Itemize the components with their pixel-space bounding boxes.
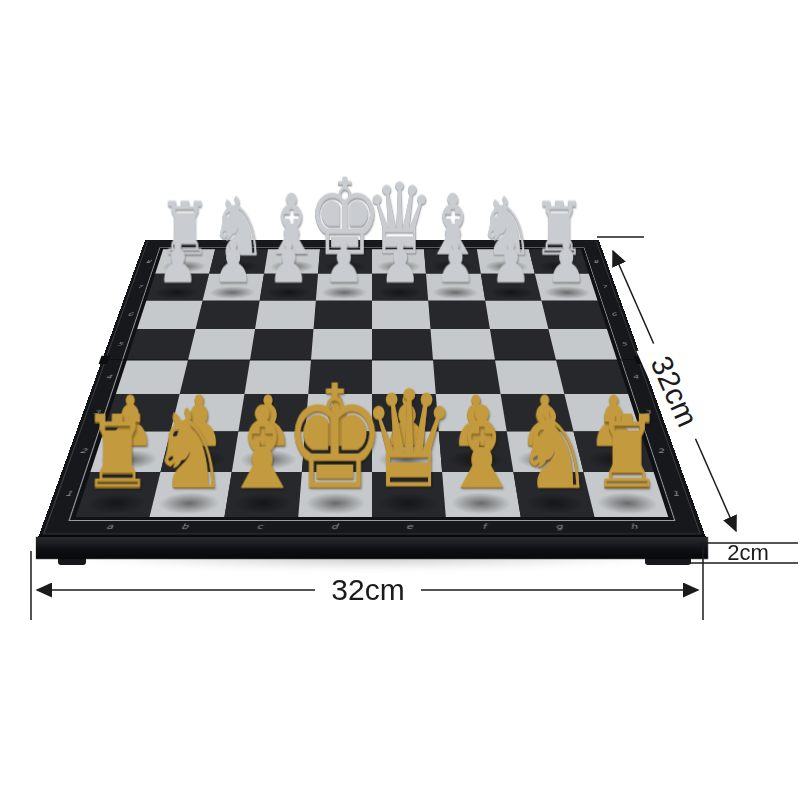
dimension-annotations: 32cm 32cm 2cm — [0, 0, 800, 800]
product-photo: ♜♞♝♚♛♝♞♜♟♟♟♟♟♟♟♟♟♟♟♟♟♟♟♟♜♞♝♚♛♝♞♜ abcdefg… — [0, 0, 800, 800]
width-dimension-label: 32cm — [331, 573, 404, 606]
thickness-dimension-label: 2cm — [727, 540, 769, 565]
